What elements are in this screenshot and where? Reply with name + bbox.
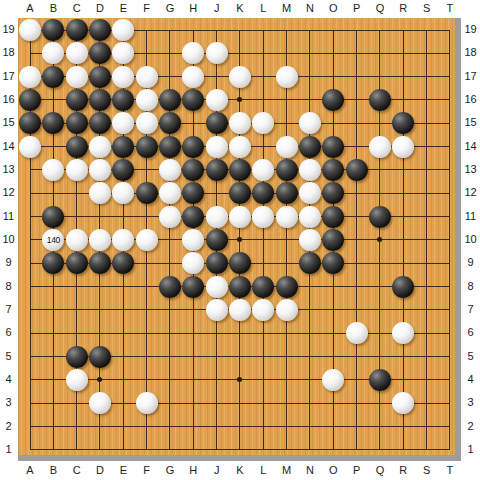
stone-A14[interactable]: [19, 136, 41, 158]
stone-E15[interactable]: [112, 112, 134, 134]
stone-A15[interactable]: [19, 112, 41, 134]
stone-J14[interactable]: [206, 136, 228, 158]
stone-C10[interactable]: [66, 229, 88, 251]
stone-F3[interactable]: [136, 392, 158, 414]
coord-label-bottom-P: P: [347, 464, 367, 477]
stone-K8[interactable]: [229, 276, 251, 298]
stone-D5[interactable]: [89, 346, 111, 368]
coord-label-right-18: 18: [462, 46, 479, 59]
coord-label-left-2: 2: [0, 420, 17, 433]
stone-Q4[interactable]: [369, 369, 391, 391]
stone-O9[interactable]: [322, 252, 344, 274]
stone-H14[interactable]: [182, 136, 204, 158]
coord-label-bottom-O: O: [323, 464, 343, 477]
stone-R8[interactable]: [392, 276, 414, 298]
stone-H12[interactable]: [182, 182, 204, 204]
stone-F10[interactable]: [136, 229, 158, 251]
stone-J10[interactable]: [206, 229, 228, 251]
stone-F17[interactable]: [136, 66, 158, 88]
stone-L12[interactable]: [252, 182, 274, 204]
coord-label-right-13: 13: [462, 163, 479, 176]
coord-label-left-12: 12: [0, 186, 17, 199]
grid-line-horizontal: [30, 449, 451, 450]
stone-A16[interactable]: [19, 89, 41, 111]
stone-K14[interactable]: [229, 136, 251, 158]
coord-label-bottom-S: S: [417, 464, 437, 477]
coord-label-top-A: A: [20, 2, 40, 15]
stone-H8[interactable]: [182, 276, 204, 298]
stone-G11[interactable]: [159, 206, 181, 228]
stone-J7[interactable]: [206, 299, 228, 321]
coord-label-bottom-B: B: [43, 464, 63, 477]
coord-label-bottom-F: F: [137, 464, 157, 477]
coord-label-right-6: 6: [462, 326, 479, 339]
stone-D19[interactable]: [89, 19, 111, 41]
stone-G13[interactable]: [159, 159, 181, 181]
star-point: [97, 377, 102, 382]
stone-G16[interactable]: [159, 89, 181, 111]
stone-N10[interactable]: [299, 229, 321, 251]
coord-label-top-C: C: [67, 2, 87, 15]
coord-label-top-B: B: [43, 2, 63, 15]
stone-E14[interactable]: [112, 136, 134, 158]
coord-label-left-5: 5: [0, 350, 17, 363]
stone-K11[interactable]: [229, 206, 251, 228]
coord-label-right-17: 17: [462, 70, 479, 83]
coord-label-left-10: 10: [0, 233, 17, 246]
coord-label-top-K: K: [230, 2, 250, 15]
coord-label-right-12: 12: [462, 186, 479, 199]
stone-Q16[interactable]: [369, 89, 391, 111]
coord-label-right-3: 3: [462, 396, 479, 409]
coord-label-right-4: 4: [462, 373, 479, 386]
grid-line-horizontal: [30, 333, 451, 334]
stone-N9[interactable]: [299, 252, 321, 274]
stone-M12[interactable]: [276, 182, 298, 204]
stone-B18[interactable]: [42, 42, 64, 64]
coord-label-top-M: M: [277, 2, 297, 15]
stone-P6[interactable]: [346, 322, 368, 344]
coord-label-bottom-K: K: [230, 464, 250, 477]
go-board[interactable]: 140: [18, 18, 455, 455]
star-point: [237, 237, 242, 242]
coord-label-left-3: 3: [0, 396, 17, 409]
grid-line-vertical: [263, 30, 264, 451]
coord-label-top-S: S: [417, 2, 437, 15]
stone-P13[interactable]: [346, 159, 368, 181]
coord-label-bottom-L: L: [253, 464, 273, 477]
coord-label-top-G: G: [160, 2, 180, 15]
coord-label-top-P: P: [347, 2, 367, 15]
stone-L15[interactable]: [252, 112, 274, 134]
stone-M8[interactable]: [276, 276, 298, 298]
stone-B11[interactable]: [42, 206, 64, 228]
coord-label-top-L: L: [253, 2, 273, 15]
coord-label-left-18: 18: [0, 46, 17, 59]
stone-D9[interactable]: [89, 252, 111, 274]
stone-C17[interactable]: [66, 66, 88, 88]
stone-E12[interactable]: [112, 182, 134, 204]
board-panel: 140: [18, 18, 461, 461]
stone-D17[interactable]: [89, 66, 111, 88]
stone-H16[interactable]: [182, 89, 204, 111]
stone-H17[interactable]: [182, 66, 204, 88]
coord-label-right-14: 14: [462, 140, 479, 153]
grid-line-vertical: [426, 30, 427, 451]
stone-E16[interactable]: [112, 89, 134, 111]
stone-O11[interactable]: [322, 206, 344, 228]
stone-Q14[interactable]: [369, 136, 391, 158]
go-board-screenshot: 140 AABBCCDDEEFFGGHHJJKKLLMMNNOOPPQQRRSS…: [0, 0, 480, 480]
stone-R15[interactable]: [392, 112, 414, 134]
stone-L11[interactable]: [252, 206, 274, 228]
coord-label-bottom-G: G: [160, 464, 180, 477]
stone-C4[interactable]: [66, 369, 88, 391]
stone-D16[interactable]: [89, 89, 111, 111]
stone-A17[interactable]: [19, 66, 41, 88]
stone-B9[interactable]: [42, 252, 64, 274]
coord-label-left-15: 15: [0, 116, 17, 129]
coord-label-top-D: D: [90, 2, 110, 15]
coord-label-bottom-J: J: [207, 464, 227, 477]
stone-D3[interactable]: [89, 392, 111, 414]
stone-D15[interactable]: [89, 112, 111, 134]
coord-label-left-11: 11: [0, 210, 17, 223]
stone-E13[interactable]: [112, 159, 134, 181]
stone-N14[interactable]: [299, 136, 321, 158]
stone-F12[interactable]: [136, 182, 158, 204]
stone-K7[interactable]: [229, 299, 251, 321]
coord-label-bottom-M: M: [277, 464, 297, 477]
stone-F14[interactable]: [136, 136, 158, 158]
stone-L13[interactable]: [252, 159, 274, 181]
coord-label-top-N: N: [300, 2, 320, 15]
stone-M14[interactable]: [276, 136, 298, 158]
coord-label-right-2: 2: [462, 420, 479, 433]
coord-label-left-16: 16: [0, 93, 17, 106]
stone-C13[interactable]: [66, 159, 88, 181]
stone-D10[interactable]: [89, 229, 111, 251]
coord-label-top-O: O: [323, 2, 343, 15]
stone-D14[interactable]: [89, 136, 111, 158]
coord-label-bottom-D: D: [90, 464, 110, 477]
stone-C5[interactable]: [66, 346, 88, 368]
coord-label-right-8: 8: [462, 280, 479, 293]
coord-label-top-E: E: [113, 2, 133, 15]
stone-N15[interactable]: [299, 112, 321, 134]
stone-K15[interactable]: [229, 112, 251, 134]
stone-H13[interactable]: [182, 159, 204, 181]
stone-J11[interactable]: [206, 206, 228, 228]
stone-D12[interactable]: [89, 182, 111, 204]
stone-N12[interactable]: [299, 182, 321, 204]
stone-N13[interactable]: [299, 159, 321, 181]
stone-H18[interactable]: [182, 42, 204, 64]
stone-E19[interactable]: [112, 19, 134, 41]
coord-label-right-16: 16: [462, 93, 479, 106]
grid-line-vertical: [286, 30, 287, 451]
coord-label-right-5: 5: [462, 350, 479, 363]
stone-B13[interactable]: [42, 159, 64, 181]
stone-F15[interactable]: [136, 112, 158, 134]
star-point: [237, 97, 242, 102]
grid-line-vertical: [449, 30, 450, 451]
coord-label-left-4: 4: [0, 373, 17, 386]
stone-K12[interactable]: [229, 182, 251, 204]
stone-R3[interactable]: [392, 392, 414, 414]
stone-E10[interactable]: [112, 229, 134, 251]
stone-B10[interactable]: 140: [42, 229, 64, 251]
stone-O14[interactable]: [322, 136, 344, 158]
stone-C19[interactable]: [66, 19, 88, 41]
stone-M7[interactable]: [276, 299, 298, 321]
stone-G14[interactable]: [159, 136, 181, 158]
stone-C9[interactable]: [66, 252, 88, 274]
coord-label-left-9: 9: [0, 256, 17, 269]
coord-label-left-8: 8: [0, 280, 17, 293]
stone-B15[interactable]: [42, 112, 64, 134]
coord-label-top-J: J: [207, 2, 227, 15]
grid-line-vertical: [356, 30, 357, 451]
coord-label-left-14: 14: [0, 140, 17, 153]
coord-label-bottom-E: E: [113, 464, 133, 477]
stone-E18[interactable]: [112, 42, 134, 64]
coord-label-left-19: 19: [0, 23, 17, 36]
stone-D13[interactable]: [89, 159, 111, 181]
stone-J16[interactable]: [206, 89, 228, 111]
stone-D18[interactable]: [89, 42, 111, 64]
stone-J8[interactable]: [206, 276, 228, 298]
stone-N11[interactable]: [299, 206, 321, 228]
stone-R14[interactable]: [392, 136, 414, 158]
stone-K13[interactable]: [229, 159, 251, 181]
coord-label-left-13: 13: [0, 163, 17, 176]
coord-label-bottom-T: T: [440, 464, 460, 477]
stone-B17[interactable]: [42, 66, 64, 88]
stone-A19[interactable]: [19, 19, 41, 41]
stone-J18[interactable]: [206, 42, 228, 64]
stone-H10[interactable]: [182, 229, 204, 251]
stone-E9[interactable]: [112, 252, 134, 274]
stone-C18[interactable]: [66, 42, 88, 64]
coord-label-right-19: 19: [462, 23, 479, 36]
stone-M17[interactable]: [276, 66, 298, 88]
coord-label-top-H: H: [183, 2, 203, 15]
star-point: [377, 237, 382, 242]
star-point: [237, 377, 242, 382]
stone-E17[interactable]: [112, 66, 134, 88]
stone-K9[interactable]: [229, 252, 251, 274]
stone-B19[interactable]: [42, 19, 64, 41]
coord-label-bottom-R: R: [393, 464, 413, 477]
coord-label-bottom-Q: Q: [370, 464, 390, 477]
stone-L8[interactable]: [252, 276, 274, 298]
grid-line-vertical: [403, 30, 404, 451]
coord-label-right-1: 1: [462, 443, 479, 456]
stone-G12[interactable]: [159, 182, 181, 204]
stone-H9[interactable]: [182, 252, 204, 274]
stone-L7[interactable]: [252, 299, 274, 321]
stone-O12[interactable]: [322, 182, 344, 204]
stone-O10[interactable]: [322, 229, 344, 251]
coord-label-bottom-N: N: [300, 464, 320, 477]
stone-C14[interactable]: [66, 136, 88, 158]
coord-label-left-7: 7: [0, 303, 17, 316]
coord-label-top-R: R: [393, 2, 413, 15]
coord-label-right-15: 15: [462, 116, 479, 129]
stone-J15[interactable]: [206, 112, 228, 134]
stone-K17[interactable]: [229, 66, 251, 88]
stone-O16[interactable]: [322, 89, 344, 111]
stone-M13[interactable]: [276, 159, 298, 181]
coord-label-right-10: 10: [462, 233, 479, 246]
stone-G8[interactable]: [159, 276, 181, 298]
stone-Q11[interactable]: [369, 206, 391, 228]
stone-O4[interactable]: [322, 369, 344, 391]
coord-label-right-9: 9: [462, 256, 479, 269]
move-number-label: 140: [42, 229, 64, 251]
stone-O13[interactable]: [322, 159, 344, 181]
stone-H11[interactable]: [182, 206, 204, 228]
coord-label-top-T: T: [440, 2, 460, 15]
stone-C16[interactable]: [66, 89, 88, 111]
coord-label-right-7: 7: [462, 303, 479, 316]
stone-F16[interactable]: [136, 89, 158, 111]
stone-G15[interactable]: [159, 112, 181, 134]
stone-C15[interactable]: [66, 112, 88, 134]
stone-J9[interactable]: [206, 252, 228, 274]
grid-line-horizontal: [30, 426, 451, 427]
coord-label-top-Q: Q: [370, 2, 390, 15]
coord-label-bottom-A: A: [20, 464, 40, 477]
coord-label-left-1: 1: [0, 443, 17, 456]
coord-label-bottom-C: C: [67, 464, 87, 477]
coord-label-left-6: 6: [0, 326, 17, 339]
coord-label-right-11: 11: [462, 210, 479, 223]
coord-label-left-17: 17: [0, 70, 17, 83]
coord-label-bottom-H: H: [183, 464, 203, 477]
stone-J13[interactable]: [206, 159, 228, 181]
stone-M11[interactable]: [276, 206, 298, 228]
stone-R6[interactable]: [392, 322, 414, 344]
coord-label-top-F: F: [137, 2, 157, 15]
